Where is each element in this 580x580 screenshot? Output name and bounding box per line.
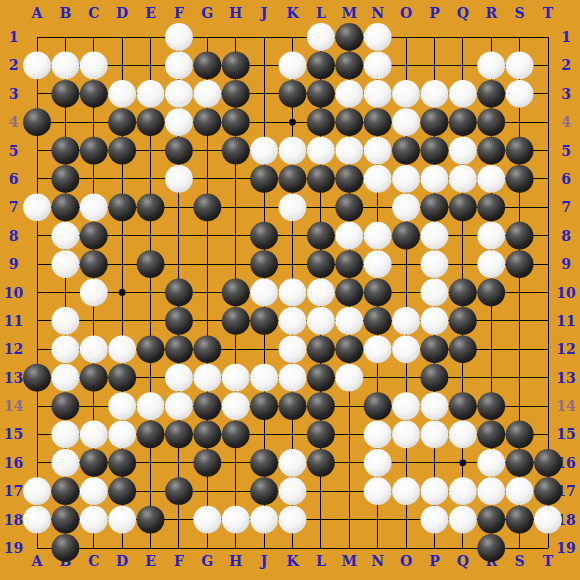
row-label-left: 2	[9, 57, 19, 73]
white-stone[interactable]	[137, 80, 165, 108]
white-stone[interactable]	[51, 421, 79, 449]
column-label-bottom: H	[229, 553, 242, 569]
white-stone[interactable]	[222, 392, 250, 420]
star-point	[459, 459, 466, 466]
row-label-right: 5	[561, 143, 571, 159]
black-stone[interactable]	[165, 421, 193, 449]
column-label-top: J	[259, 5, 268, 21]
black-stone[interactable]	[193, 108, 221, 136]
white-stone[interactable]	[506, 477, 534, 505]
black-stone[interactable]	[477, 279, 505, 307]
white-stone[interactable]	[477, 250, 505, 278]
white-stone[interactable]	[23, 51, 51, 79]
row-label-right: 15	[556, 426, 575, 442]
white-stone[interactable]	[165, 80, 193, 108]
column-label-top: D	[116, 5, 128, 21]
row-label-left: 1	[9, 29, 19, 45]
white-stone[interactable]	[449, 137, 477, 165]
black-stone[interactable]	[51, 506, 79, 534]
white-stone[interactable]	[307, 23, 335, 51]
black-stone[interactable]	[137, 421, 165, 449]
white-stone[interactable]	[364, 449, 392, 477]
row-label-left: 5	[9, 143, 19, 159]
black-stone[interactable]	[477, 534, 505, 562]
row-label-right: 12	[556, 341, 575, 357]
column-label-top: R	[485, 5, 497, 21]
column-label-top: H	[229, 5, 242, 21]
black-stone[interactable]	[193, 51, 221, 79]
black-stone[interactable]	[307, 335, 335, 363]
column-label-top: P	[429, 5, 440, 21]
white-stone[interactable]	[108, 421, 136, 449]
white-stone[interactable]	[279, 193, 307, 221]
white-stone[interactable]	[165, 165, 193, 193]
white-stone[interactable]	[23, 193, 51, 221]
black-stone[interactable]	[108, 364, 136, 392]
white-stone[interactable]	[364, 23, 392, 51]
white-stone[interactable]	[307, 279, 335, 307]
row-label-left: 8	[9, 228, 19, 244]
white-stone[interactable]	[421, 477, 449, 505]
black-stone[interactable]	[506, 421, 534, 449]
black-stone[interactable]	[307, 222, 335, 250]
black-stone[interactable]	[193, 421, 221, 449]
black-stone[interactable]	[307, 421, 335, 449]
black-stone[interactable]	[421, 137, 449, 165]
white-stone[interactable]	[421, 80, 449, 108]
column-label-top: M	[342, 5, 358, 21]
black-stone[interactable]	[108, 137, 136, 165]
white-stone[interactable]	[80, 193, 108, 221]
row-label-left: 14	[4, 398, 24, 414]
column-label-bottom: O	[400, 553, 412, 569]
white-stone[interactable]	[250, 506, 278, 534]
white-stone[interactable]	[23, 477, 51, 505]
column-label-top: K	[286, 5, 299, 21]
column-label-top: N	[371, 5, 384, 21]
white-stone[interactable]	[335, 222, 363, 250]
white-stone[interactable]	[506, 80, 534, 108]
black-stone[interactable]	[421, 193, 449, 221]
black-stone[interactable]	[51, 392, 79, 420]
black-stone[interactable]	[506, 250, 534, 278]
white-stone[interactable]	[279, 51, 307, 79]
white-stone[interactable]	[421, 307, 449, 335]
black-stone[interactable]	[165, 279, 193, 307]
white-stone[interactable]	[279, 335, 307, 363]
row-label-left: 3	[9, 86, 19, 102]
column-label-bottom: D	[116, 553, 128, 569]
white-stone[interactable]	[279, 137, 307, 165]
black-stone[interactable]	[137, 108, 165, 136]
white-stone[interactable]	[51, 307, 79, 335]
black-stone[interactable]	[335, 23, 363, 51]
column-label-top: G	[201, 5, 213, 21]
black-stone[interactable]	[477, 80, 505, 108]
white-stone[interactable]	[335, 80, 363, 108]
black-stone[interactable]	[307, 108, 335, 136]
black-stone[interactable]	[449, 108, 477, 136]
black-stone[interactable]	[307, 449, 335, 477]
black-stone[interactable]	[279, 392, 307, 420]
white-stone[interactable]	[335, 137, 363, 165]
row-label-left: 4	[9, 114, 19, 130]
white-stone[interactable]	[477, 51, 505, 79]
black-stone[interactable]	[80, 449, 108, 477]
row-label-right: 1	[561, 29, 571, 45]
column-label-top: C	[88, 5, 99, 21]
black-stone[interactable]	[193, 392, 221, 420]
black-stone[interactable]	[250, 307, 278, 335]
white-stone[interactable]	[165, 23, 193, 51]
column-label-top: F	[174, 5, 184, 21]
black-stone[interactable]	[307, 80, 335, 108]
white-stone[interactable]	[222, 364, 250, 392]
white-stone[interactable]	[392, 421, 420, 449]
black-stone[interactable]	[193, 193, 221, 221]
star-point	[119, 289, 126, 296]
black-stone[interactable]	[51, 534, 79, 562]
black-stone[interactable]	[392, 137, 420, 165]
white-stone[interactable]	[193, 364, 221, 392]
black-stone[interactable]	[506, 165, 534, 193]
black-stone[interactable]	[477, 193, 505, 221]
column-label-bottom: P	[429, 553, 440, 569]
black-stone[interactable]	[421, 108, 449, 136]
black-stone[interactable]	[222, 108, 250, 136]
row-label-left: 16	[4, 455, 23, 471]
white-stone[interactable]	[421, 506, 449, 534]
row-label-left: 17	[4, 483, 23, 499]
black-stone[interactable]	[449, 307, 477, 335]
black-stone[interactable]	[477, 392, 505, 420]
white-stone[interactable]	[222, 506, 250, 534]
column-label-bottom: C	[88, 553, 99, 569]
row-label-left: 7	[9, 199, 19, 215]
white-stone[interactable]	[449, 421, 477, 449]
column-label-top: B	[59, 5, 71, 21]
black-stone[interactable]	[335, 193, 363, 221]
white-stone[interactable]	[477, 222, 505, 250]
black-stone[interactable]	[335, 165, 363, 193]
column-label-bottom: A	[31, 553, 44, 569]
white-stone[interactable]	[51, 449, 79, 477]
row-label-right: 19	[556, 540, 575, 556]
black-stone[interactable]	[137, 506, 165, 534]
black-stone[interactable]	[51, 137, 79, 165]
row-label-right: 2	[561, 57, 571, 73]
black-stone[interactable]	[250, 250, 278, 278]
white-stone[interactable]	[421, 392, 449, 420]
black-stone[interactable]	[51, 80, 79, 108]
column-label-top: O	[400, 5, 412, 21]
white-stone[interactable]	[165, 51, 193, 79]
row-label-left: 15	[4, 426, 23, 442]
black-stone[interactable]	[449, 335, 477, 363]
column-label-bottom: E	[145, 553, 156, 569]
white-stone[interactable]	[108, 80, 136, 108]
white-stone[interactable]	[449, 80, 477, 108]
black-stone[interactable]	[449, 392, 477, 420]
black-stone[interactable]	[449, 279, 477, 307]
white-stone[interactable]	[108, 392, 136, 420]
row-label-right: 11	[556, 313, 575, 329]
row-label-right: 3	[561, 86, 571, 102]
black-stone[interactable]	[335, 335, 363, 363]
white-stone[interactable]	[449, 165, 477, 193]
black-stone[interactable]	[534, 449, 562, 477]
black-stone[interactable]	[449, 193, 477, 221]
black-stone[interactable]	[506, 137, 534, 165]
black-stone[interactable]	[80, 250, 108, 278]
black-stone[interactable]	[51, 477, 79, 505]
black-stone[interactable]	[506, 506, 534, 534]
white-stone[interactable]	[449, 477, 477, 505]
white-stone[interactable]	[51, 222, 79, 250]
white-stone[interactable]	[392, 108, 420, 136]
black-stone[interactable]	[137, 335, 165, 363]
white-stone[interactable]	[477, 449, 505, 477]
white-stone[interactable]	[392, 477, 420, 505]
white-stone[interactable]	[80, 506, 108, 534]
black-stone[interactable]	[137, 250, 165, 278]
white-stone[interactable]	[449, 506, 477, 534]
white-stone[interactable]	[364, 421, 392, 449]
white-stone[interactable]	[279, 477, 307, 505]
star-point	[289, 119, 296, 126]
go-board-svg[interactable]: AABBCCDDEEFFGGHHJJKKLLMMNNOOPPQQRRSSTT11…	[0, 0, 580, 580]
black-stone[interactable]	[250, 222, 278, 250]
black-stone[interactable]	[165, 477, 193, 505]
white-stone[interactable]	[364, 250, 392, 278]
row-label-right: 7	[561, 199, 571, 215]
black-stone[interactable]	[421, 364, 449, 392]
white-stone[interactable]	[279, 506, 307, 534]
black-stone[interactable]	[364, 279, 392, 307]
black-stone[interactable]	[193, 449, 221, 477]
row-label-left: 12	[4, 341, 23, 357]
white-stone[interactable]	[392, 335, 420, 363]
black-stone[interactable]	[364, 392, 392, 420]
white-stone[interactable]	[392, 193, 420, 221]
white-stone[interactable]	[23, 506, 51, 534]
row-label-left: 13	[4, 370, 23, 386]
white-stone[interactable]	[279, 364, 307, 392]
white-stone[interactable]	[137, 392, 165, 420]
white-stone[interactable]	[193, 80, 221, 108]
black-stone[interactable]	[477, 421, 505, 449]
black-stone[interactable]	[80, 364, 108, 392]
white-stone[interactable]	[307, 307, 335, 335]
black-stone[interactable]	[137, 193, 165, 221]
black-stone[interactable]	[335, 51, 363, 79]
white-stone[interactable]	[364, 477, 392, 505]
row-label-left: 18	[4, 512, 23, 528]
white-stone[interactable]	[51, 250, 79, 278]
white-stone[interactable]	[80, 335, 108, 363]
black-stone[interactable]	[364, 307, 392, 335]
black-stone[interactable]	[80, 222, 108, 250]
column-label-top: Q	[457, 5, 469, 21]
black-stone[interactable]	[392, 222, 420, 250]
white-stone[interactable]	[364, 80, 392, 108]
black-stone[interactable]	[307, 51, 335, 79]
column-label-bottom: S	[515, 553, 525, 569]
white-stone[interactable]	[279, 307, 307, 335]
white-stone[interactable]	[477, 165, 505, 193]
column-label-bottom: Q	[457, 553, 469, 569]
white-stone[interactable]	[477, 477, 505, 505]
white-stone[interactable]	[80, 279, 108, 307]
column-label-top: L	[316, 5, 326, 21]
black-stone[interactable]	[23, 108, 51, 136]
black-stone[interactable]	[250, 165, 278, 193]
black-stone[interactable]	[222, 137, 250, 165]
column-label-top: A	[31, 5, 44, 21]
black-stone[interactable]	[279, 80, 307, 108]
column-label-bottom: G	[201, 553, 213, 569]
white-stone[interactable]	[108, 335, 136, 363]
white-stone[interactable]	[80, 51, 108, 79]
white-stone[interactable]	[165, 364, 193, 392]
white-stone[interactable]	[250, 364, 278, 392]
black-stone[interactable]	[23, 364, 51, 392]
white-stone[interactable]	[534, 506, 562, 534]
black-stone[interactable]	[222, 307, 250, 335]
black-stone[interactable]	[80, 80, 108, 108]
black-stone[interactable]	[80, 137, 108, 165]
row-label-left: 9	[9, 256, 19, 272]
white-stone[interactable]	[392, 392, 420, 420]
white-stone[interactable]	[250, 137, 278, 165]
white-stone[interactable]	[80, 421, 108, 449]
row-label-right: 10	[556, 285, 576, 301]
black-stone[interactable]	[51, 165, 79, 193]
white-stone[interactable]	[392, 165, 420, 193]
white-stone[interactable]	[51, 335, 79, 363]
black-stone[interactable]	[477, 506, 505, 534]
row-label-right: 14	[556, 398, 576, 414]
black-stone[interactable]	[193, 335, 221, 363]
black-stone[interactable]	[307, 165, 335, 193]
row-label-right: 6	[561, 171, 571, 187]
white-stone[interactable]	[307, 137, 335, 165]
white-stone[interactable]	[421, 222, 449, 250]
black-stone[interactable]	[421, 335, 449, 363]
black-stone[interactable]	[222, 51, 250, 79]
column-label-bottom: M	[342, 553, 358, 569]
column-label-bottom: L	[316, 553, 326, 569]
black-stone[interactable]	[108, 449, 136, 477]
white-stone[interactable]	[51, 364, 79, 392]
black-stone[interactable]	[506, 222, 534, 250]
white-stone[interactable]	[165, 392, 193, 420]
black-stone[interactable]	[335, 250, 363, 278]
column-label-top: S	[515, 5, 525, 21]
white-stone[interactable]	[279, 279, 307, 307]
white-stone[interactable]	[364, 222, 392, 250]
white-stone[interactable]	[335, 364, 363, 392]
white-stone[interactable]	[279, 449, 307, 477]
column-label-top: E	[145, 5, 156, 21]
black-stone[interactable]	[108, 477, 136, 505]
white-stone[interactable]	[364, 51, 392, 79]
white-stone[interactable]	[364, 165, 392, 193]
row-label-left: 6	[9, 171, 19, 187]
row-label-left: 10	[4, 285, 24, 301]
black-stone[interactable]	[250, 392, 278, 420]
white-stone[interactable]	[421, 250, 449, 278]
column-label-bottom: T	[543, 553, 554, 569]
white-stone[interactable]	[250, 279, 278, 307]
row-label-right: 13	[556, 370, 575, 386]
black-stone[interactable]	[165, 335, 193, 363]
black-stone[interactable]	[307, 364, 335, 392]
black-stone[interactable]	[250, 477, 278, 505]
white-stone[interactable]	[421, 279, 449, 307]
black-stone[interactable]	[108, 193, 136, 221]
black-stone[interactable]	[222, 421, 250, 449]
white-stone[interactable]	[51, 51, 79, 79]
black-stone[interactable]	[51, 193, 79, 221]
row-label-right: 4	[561, 114, 571, 130]
black-stone[interactable]	[506, 449, 534, 477]
white-stone[interactable]	[506, 51, 534, 79]
white-stone[interactable]	[108, 506, 136, 534]
white-stone[interactable]	[364, 137, 392, 165]
black-stone[interactable]	[165, 137, 193, 165]
column-label-bottom: K	[286, 553, 299, 569]
black-stone[interactable]	[335, 279, 363, 307]
row-label-left: 19	[4, 540, 23, 556]
column-label-bottom: F	[174, 553, 184, 569]
row-label-right: 9	[561, 256, 571, 272]
black-stone[interactable]	[165, 307, 193, 335]
white-stone[interactable]	[80, 477, 108, 505]
white-stone[interactable]	[392, 307, 420, 335]
black-stone[interactable]	[335, 108, 363, 136]
white-stone[interactable]	[364, 335, 392, 363]
black-stone[interactable]	[307, 250, 335, 278]
white-stone[interactable]	[421, 421, 449, 449]
black-stone[interactable]	[250, 449, 278, 477]
go-board[interactable]: Go board position 19x19 AABBCCDDEEFFGGHH…	[0, 0, 580, 580]
column-label-top: T	[543, 5, 554, 21]
white-stone[interactable]	[193, 506, 221, 534]
black-stone[interactable]	[534, 477, 562, 505]
column-label-bottom: J	[259, 553, 268, 569]
black-stone[interactable]	[108, 108, 136, 136]
column-label-bottom: N	[371, 553, 384, 569]
white-stone[interactable]	[335, 307, 363, 335]
black-stone[interactable]	[477, 108, 505, 136]
row-label-right: 8	[561, 228, 571, 244]
black-stone[interactable]	[222, 80, 250, 108]
black-stone[interactable]	[477, 137, 505, 165]
white-stone[interactable]	[165, 108, 193, 136]
white-stone[interactable]	[421, 165, 449, 193]
row-label-left: 11	[4, 313, 23, 329]
white-stone[interactable]	[392, 80, 420, 108]
black-stone[interactable]	[307, 392, 335, 420]
black-stone[interactable]	[364, 108, 392, 136]
black-stone[interactable]	[279, 165, 307, 193]
black-stone[interactable]	[222, 279, 250, 307]
